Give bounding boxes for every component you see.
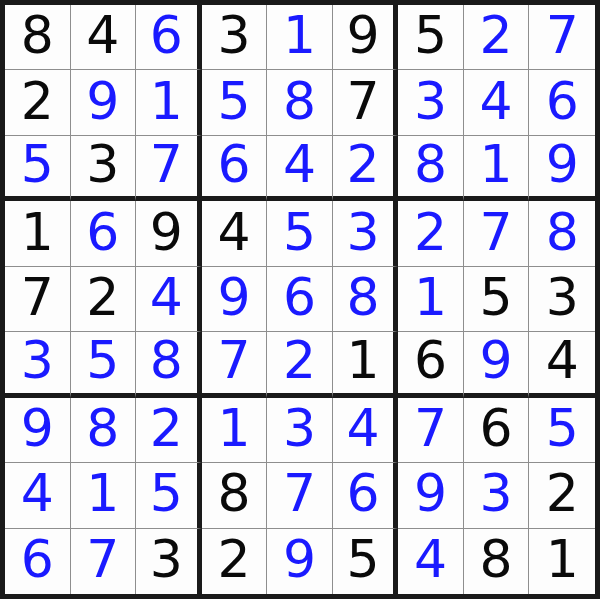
cell-r5c5[interactable]: 6 <box>267 267 333 332</box>
cell-r1c9[interactable]: 7 <box>529 5 595 70</box>
cell-r6c3[interactable]: 8 <box>136 332 202 397</box>
sudoku-board: 8463195272915873465376428191694532787249… <box>0 0 600 599</box>
cell-r7c8[interactable]: 6 <box>464 398 530 463</box>
cell-r8c6[interactable]: 6 <box>333 463 399 528</box>
cell-r9c5[interactable]: 9 <box>267 529 333 594</box>
cell-r5c6[interactable]: 8 <box>333 267 399 332</box>
cell-r2c4[interactable]: 5 <box>202 70 268 135</box>
cell-r4c8[interactable]: 7 <box>464 201 530 266</box>
cell-r6c8[interactable]: 9 <box>464 332 530 397</box>
cell-r4c5[interactable]: 5 <box>267 201 333 266</box>
cell-r8c7[interactable]: 9 <box>398 463 464 528</box>
cell-r4c3[interactable]: 9 <box>136 201 202 266</box>
cell-r1c6[interactable]: 9 <box>333 5 399 70</box>
cell-r6c7[interactable]: 6 <box>398 332 464 397</box>
cell-r2c8[interactable]: 4 <box>464 70 530 135</box>
cell-r9c4[interactable]: 2 <box>202 529 268 594</box>
cell-r5c3[interactable]: 4 <box>136 267 202 332</box>
cell-r2c9[interactable]: 6 <box>529 70 595 135</box>
cell-r2c1[interactable]: 2 <box>5 70 71 135</box>
cell-r8c1[interactable]: 4 <box>5 463 71 528</box>
cell-r7c4[interactable]: 1 <box>202 398 268 463</box>
cell-r1c5[interactable]: 1 <box>267 5 333 70</box>
cell-r3c8[interactable]: 1 <box>464 136 530 201</box>
cell-r6c9[interactable]: 4 <box>529 332 595 397</box>
cell-r7c7[interactable]: 7 <box>398 398 464 463</box>
cell-r6c1[interactable]: 3 <box>5 332 71 397</box>
cell-r5c1[interactable]: 7 <box>5 267 71 332</box>
cell-r2c5[interactable]: 8 <box>267 70 333 135</box>
cell-r4c9[interactable]: 8 <box>529 201 595 266</box>
cell-r4c2[interactable]: 6 <box>71 201 137 266</box>
cell-r1c3[interactable]: 6 <box>136 5 202 70</box>
cell-r8c3[interactable]: 5 <box>136 463 202 528</box>
cell-r3c3[interactable]: 7 <box>136 136 202 201</box>
cell-r6c4[interactable]: 7 <box>202 332 268 397</box>
cell-r5c8[interactable]: 5 <box>464 267 530 332</box>
cell-r7c2[interactable]: 8 <box>71 398 137 463</box>
cell-r8c4[interactable]: 8 <box>202 463 268 528</box>
cell-r5c9[interactable]: 3 <box>529 267 595 332</box>
cell-r1c7[interactable]: 5 <box>398 5 464 70</box>
cell-r4c7[interactable]: 2 <box>398 201 464 266</box>
cell-r8c8[interactable]: 3 <box>464 463 530 528</box>
cell-r9c9[interactable]: 1 <box>529 529 595 594</box>
cell-r5c2[interactable]: 2 <box>71 267 137 332</box>
cell-r5c7[interactable]: 1 <box>398 267 464 332</box>
cell-r1c4[interactable]: 3 <box>202 5 268 70</box>
cell-r1c8[interactable]: 2 <box>464 5 530 70</box>
cell-r2c6[interactable]: 7 <box>333 70 399 135</box>
cell-r9c6[interactable]: 5 <box>333 529 399 594</box>
cell-r3c1[interactable]: 5 <box>5 136 71 201</box>
cell-r6c5[interactable]: 2 <box>267 332 333 397</box>
cell-r8c5[interactable]: 7 <box>267 463 333 528</box>
cell-r6c2[interactable]: 5 <box>71 332 137 397</box>
cell-r2c2[interactable]: 9 <box>71 70 137 135</box>
cell-r8c2[interactable]: 1 <box>71 463 137 528</box>
cell-r3c2[interactable]: 3 <box>71 136 137 201</box>
cell-r3c5[interactable]: 4 <box>267 136 333 201</box>
cell-r7c1[interactable]: 9 <box>5 398 71 463</box>
cell-r7c9[interactable]: 5 <box>529 398 595 463</box>
cell-r1c1[interactable]: 8 <box>5 5 71 70</box>
cell-r9c1[interactable]: 6 <box>5 529 71 594</box>
cell-r9c2[interactable]: 7 <box>71 529 137 594</box>
cell-r2c7[interactable]: 3 <box>398 70 464 135</box>
cell-r7c6[interactable]: 4 <box>333 398 399 463</box>
cell-r3c6[interactable]: 2 <box>333 136 399 201</box>
cell-r5c4[interactable]: 9 <box>202 267 268 332</box>
cell-r1c2[interactable]: 4 <box>71 5 137 70</box>
cell-r3c9[interactable]: 9 <box>529 136 595 201</box>
cell-r2c3[interactable]: 1 <box>136 70 202 135</box>
cell-r7c3[interactable]: 2 <box>136 398 202 463</box>
cell-r3c7[interactable]: 8 <box>398 136 464 201</box>
cell-r4c6[interactable]: 3 <box>333 201 399 266</box>
cell-r3c4[interactable]: 6 <box>202 136 268 201</box>
cell-r6c6[interactable]: 1 <box>333 332 399 397</box>
cell-r7c5[interactable]: 3 <box>267 398 333 463</box>
cell-r9c7[interactable]: 4 <box>398 529 464 594</box>
cell-r9c3[interactable]: 3 <box>136 529 202 594</box>
cell-r4c4[interactable]: 4 <box>202 201 268 266</box>
cell-r4c1[interactable]: 1 <box>5 201 71 266</box>
cell-r9c8[interactable]: 8 <box>464 529 530 594</box>
cell-r8c9[interactable]: 2 <box>529 463 595 528</box>
